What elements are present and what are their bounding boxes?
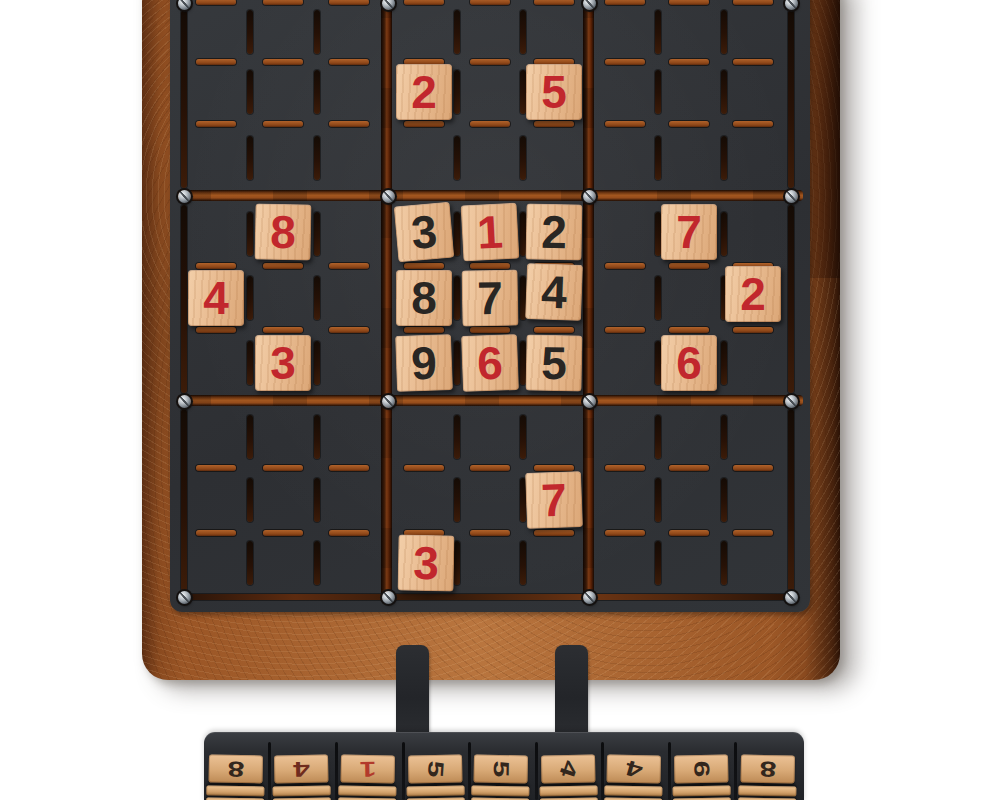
tile-r8c6[interactable]: 7 (525, 471, 583, 529)
cell-divider-dash (263, 59, 303, 65)
tile-r6c2[interactable]: 3 (255, 335, 311, 391)
tray-divider-slot (535, 742, 538, 800)
tray-stack-2[interactable]: 4 (272, 754, 330, 755)
cell-divider-slot (520, 415, 526, 459)
cell-divider-slot (314, 212, 320, 256)
tray-stack-top-tile: 8 (741, 755, 795, 784)
tile-r6c8[interactable]: 6 (661, 335, 717, 391)
tray-stack-3[interactable]: 1 (339, 754, 397, 755)
grid-edge-slot (181, 10, 187, 188)
tray-hanger-tab-left (396, 645, 429, 733)
grid-bottom-slot (187, 594, 788, 600)
tray-divider-slot (268, 742, 271, 800)
tray-tile-digit: 8 (227, 758, 245, 780)
cell-divider-slot (314, 10, 320, 54)
grid-edge-slot (181, 409, 187, 591)
cell-divider-dash (404, 121, 444, 127)
cell-divider-dash (534, 327, 574, 333)
cell-divider-slot (247, 136, 253, 180)
tray-stacked-tile-edge (604, 785, 662, 796)
cell-divider-slot (454, 276, 460, 320)
cell-divider-slot (655, 10, 661, 54)
cell-divider-slot (247, 212, 253, 256)
tray-tile-digit: 4 (293, 758, 310, 780)
cell-divider-slot (721, 70, 727, 114)
tile-r6c4[interactable]: 9 (395, 334, 453, 392)
cell-divider-slot (721, 136, 727, 180)
cell-divider-dash (404, 327, 444, 333)
tray-stack-4[interactable]: 5 (406, 754, 464, 755)
cell-divider-dash (263, 327, 303, 333)
cell-divider-dash (733, 59, 773, 65)
cell-divider-slot (247, 341, 253, 385)
tray-stack-5[interactable]: 5 (472, 754, 530, 755)
cell-divider-slot (655, 541, 661, 585)
cell-divider-dash (329, 327, 369, 333)
cell-divider-slot (454, 70, 460, 114)
cell-divider-slot (314, 70, 320, 114)
cell-divider-slot (655, 276, 661, 320)
tile-r5c6[interactable]: 4 (525, 263, 583, 321)
screw-icon (382, 395, 395, 408)
cell-divider-dash (329, 530, 369, 536)
cell-divider-dash (470, 327, 510, 333)
tray-divider-slot (402, 742, 405, 800)
cell-divider-dash (733, 327, 773, 333)
cell-divider-slot (247, 10, 253, 54)
screw-icon (382, 190, 395, 203)
tray-stacked-tile-edge (471, 785, 529, 796)
cell-divider-slot (454, 212, 460, 256)
cell-divider-dash (329, 263, 369, 269)
tile-r5c1[interactable]: 4 (188, 270, 244, 326)
cell-divider-slot (314, 415, 320, 459)
cell-divider-dash (669, 263, 709, 269)
grid-edge-slot (788, 10, 794, 188)
tray-tile-digit: 4 (555, 758, 581, 781)
cell-divider-slot (655, 70, 661, 114)
cell-divider-slot (655, 415, 661, 459)
cell-divider-slot (655, 136, 661, 180)
cell-divider-dash (329, 59, 369, 65)
cell-divider-dash (196, 0, 236, 5)
tile-r4c5[interactable]: 1 (461, 203, 520, 262)
cell-divider-dash (196, 59, 236, 65)
screw-icon (178, 395, 191, 408)
cell-divider-slot (721, 541, 727, 585)
cell-divider-slot (721, 415, 727, 459)
cell-divider-slot (247, 541, 253, 585)
cell-divider-dash (534, 0, 574, 5)
cell-divider-slot (314, 478, 320, 522)
tile-r4c8[interactable]: 7 (661, 204, 717, 260)
cell-divider-dash (196, 530, 236, 536)
tile-r6c6[interactable]: 5 (526, 335, 583, 392)
cell-divider-dash (605, 121, 645, 127)
tray-tile-digit: 6 (690, 760, 712, 777)
cell-divider-dash (733, 530, 773, 536)
tray-stack-top-tile: 6 (674, 755, 728, 784)
cell-divider-dash (470, 59, 510, 65)
cell-divider-dash (669, 327, 709, 333)
screw-icon (583, 190, 596, 203)
grid-edge-slot (788, 409, 794, 591)
tray-tile-digit: 5 (424, 760, 447, 778)
tray-stacked-tile-edge (673, 785, 731, 796)
cell-divider-slot (314, 341, 320, 385)
cell-divider-dash (470, 121, 510, 127)
cell-divider-dash (605, 0, 645, 5)
cell-divider-dash (534, 121, 574, 127)
cell-divider-dash (669, 59, 709, 65)
cell-divider-dash (196, 263, 236, 269)
tray-tile-digit: 8 (759, 758, 777, 780)
cell-divider-dash (263, 0, 303, 5)
box-divider-groove-vertical (583, 0, 594, 599)
tile-r2c4[interactable]: 2 (396, 64, 452, 120)
tile-r4c4[interactable]: 3 (394, 202, 455, 263)
cell-divider-dash (605, 263, 645, 269)
cell-divider-dash (329, 0, 369, 5)
screw-icon (785, 395, 798, 408)
cell-divider-dash (605, 465, 645, 471)
tray-stack-8[interactable]: 6 (672, 754, 730, 755)
cell-divider-slot (721, 212, 727, 256)
screw-icon (785, 0, 798, 10)
cell-divider-dash (470, 465, 510, 471)
tray-stacked-tile-edge (338, 785, 396, 796)
tray-stack-6[interactable]: 4 (539, 754, 597, 755)
cell-divider-slot (520, 10, 526, 54)
cell-divider-slot (314, 136, 320, 180)
cell-divider-dash (605, 327, 645, 333)
tray-stack-7[interactable]: 4 (605, 754, 663, 755)
tray-stacked-tile-edge (738, 785, 796, 796)
screw-icon (178, 591, 191, 604)
screw-icon (178, 190, 191, 203)
box-divider-groove-horizontal (177, 190, 803, 201)
tray-stack-1[interactable]: 8 (207, 754, 265, 755)
cell-divider-slot (314, 541, 320, 585)
cell-divider-dash (404, 465, 444, 471)
screw-icon (785, 591, 798, 604)
grid-edge-slot (788, 205, 794, 393)
cell-divider-slot (520, 136, 526, 180)
cell-divider-slot (247, 478, 253, 522)
cell-divider-dash (470, 263, 510, 269)
tray-stacked-tile-edge (273, 785, 331, 796)
tray-tile-digit: 5 (490, 760, 512, 777)
cell-divider-dash (605, 530, 645, 536)
tray-stack-top-tile: 4 (541, 755, 595, 784)
cell-divider-dash (263, 121, 303, 127)
tray-hanger-tab-right (555, 645, 588, 733)
screw-icon (583, 395, 596, 408)
tray-stack-9[interactable]: 8 (739, 754, 797, 755)
sudoku-product-photo: 841554468 2583127487423965673 (0, 0, 1000, 800)
cell-divider-dash (404, 263, 444, 269)
cell-divider-dash (669, 121, 709, 127)
screw-icon (382, 591, 395, 604)
cell-divider-slot (454, 341, 460, 385)
tray-stack-top-tile: 4 (607, 755, 661, 784)
tray-tile-digit: 1 (359, 758, 376, 780)
cell-divider-dash (733, 121, 773, 127)
box-divider-groove-vertical (381, 0, 392, 599)
tile-r5c4[interactable]: 8 (396, 270, 452, 326)
cell-divider-dash (669, 0, 709, 5)
screw-icon (178, 0, 191, 10)
cell-divider-slot (520, 541, 526, 585)
grid-edge-slot (181, 205, 187, 393)
tray-stacked-tile-edge (206, 785, 264, 796)
tray-stack-top-tile: 5 (474, 755, 528, 784)
tile-r9c4[interactable]: 3 (398, 535, 455, 592)
cell-divider-dash (329, 121, 369, 127)
tile-r5c9[interactable]: 2 (725, 266, 781, 322)
cell-divider-dash (196, 121, 236, 127)
screw-icon (583, 0, 596, 10)
cell-divider-slot (721, 341, 727, 385)
tray-divider-slot (668, 742, 671, 800)
cell-divider-dash (329, 465, 369, 471)
cell-divider-dash (470, 0, 510, 5)
cell-divider-dash (263, 263, 303, 269)
cell-divider-dash (263, 465, 303, 471)
cell-divider-dash (669, 530, 709, 536)
tile-r5c5[interactable]: 7 (462, 270, 519, 327)
tile-r6c5[interactable]: 6 (461, 334, 519, 392)
cell-divider-dash (404, 0, 444, 5)
cell-divider-slot (247, 276, 253, 320)
tile-r4c6[interactable]: 2 (526, 204, 583, 261)
cell-divider-slot (721, 10, 727, 54)
cell-divider-slot (314, 276, 320, 320)
cell-divider-slot (247, 415, 253, 459)
cell-divider-slot (454, 478, 460, 522)
cell-divider-slot (454, 136, 460, 180)
box-divider-groove-horizontal (177, 395, 803, 406)
tray-stack-top-tile: 1 (341, 755, 395, 784)
screw-icon (583, 591, 596, 604)
tray-stacked-tile-edge (407, 785, 465, 796)
tray-divider-slot (734, 742, 737, 800)
cell-divider-slot (655, 478, 661, 522)
cell-divider-slot (721, 478, 727, 522)
cell-divider-dash (733, 465, 773, 471)
tray-stack-top-tile: 4 (274, 755, 328, 784)
screw-icon (785, 190, 798, 203)
tray-stacked-tile-edge (540, 785, 598, 796)
tray-stack-top-tile: 5 (408, 755, 462, 784)
screw-icon (382, 0, 395, 10)
cell-divider-slot (454, 415, 460, 459)
cell-divider-dash (669, 465, 709, 471)
tray-tile-digit: 4 (623, 756, 645, 781)
cell-divider-slot (247, 70, 253, 114)
tile-r4c2[interactable]: 8 (255, 204, 312, 261)
cell-divider-slot (454, 541, 460, 585)
cell-divider-dash (470, 530, 510, 536)
tile-r2c6[interactable]: 5 (526, 64, 582, 120)
cell-divider-dash (263, 530, 303, 536)
cell-divider-dash (605, 59, 645, 65)
cell-divider-dash (534, 465, 574, 471)
tray-stack-top-tile: 8 (209, 755, 263, 784)
cell-divider-dash (534, 530, 574, 536)
cell-divider-dash (733, 0, 773, 5)
cell-divider-dash (196, 327, 236, 333)
cell-divider-dash (196, 465, 236, 471)
cell-divider-slot (454, 10, 460, 54)
